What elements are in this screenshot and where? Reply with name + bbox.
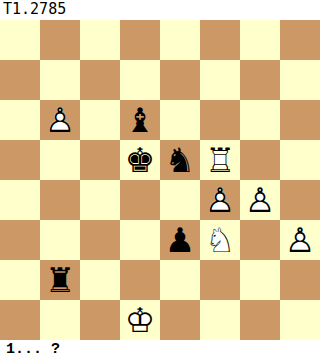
square-g8[interactable] [240, 20, 280, 60]
white-pawn-fill: ♟ [200, 180, 240, 220]
square-g7[interactable] [240, 60, 280, 100]
chess-board: ♟♙♝♚♞♜♖♟♙♟♙♟♞♘♟♙♜♚♔ [0, 20, 320, 340]
square-f1[interactable] [200, 300, 240, 340]
square-e8[interactable] [160, 20, 200, 60]
square-h4[interactable] [280, 180, 320, 220]
white-pawn: ♙ [240, 180, 280, 220]
square-b8[interactable] [40, 20, 80, 60]
black-pawn: ♟ [160, 220, 200, 260]
white-knight-fill: ♞ [200, 220, 240, 260]
square-a6[interactable] [0, 100, 40, 140]
square-g5[interactable] [240, 140, 280, 180]
square-a2[interactable] [0, 260, 40, 300]
square-f3[interactable]: ♞♘ [200, 220, 240, 260]
square-h7[interactable] [280, 60, 320, 100]
white-king: ♔ [120, 300, 160, 340]
square-a5[interactable] [0, 140, 40, 180]
square-c4[interactable] [80, 180, 120, 220]
square-c5[interactable] [80, 140, 120, 180]
white-pawn-fill: ♟ [280, 220, 320, 260]
white-pawn: ♙ [280, 220, 320, 260]
square-c2[interactable] [80, 260, 120, 300]
square-f5[interactable]: ♜♖ [200, 140, 240, 180]
square-g3[interactable] [240, 220, 280, 260]
square-h8[interactable] [280, 20, 320, 60]
square-f8[interactable] [200, 20, 240, 60]
square-g1[interactable] [240, 300, 280, 340]
black-rook: ♜ [40, 260, 80, 300]
square-f2[interactable] [200, 260, 240, 300]
square-h3[interactable]: ♟♙ [280, 220, 320, 260]
square-f6[interactable] [200, 100, 240, 140]
square-e4[interactable] [160, 180, 200, 220]
square-c6[interactable] [80, 100, 120, 140]
white-pawn: ♙ [200, 180, 240, 220]
square-e5[interactable]: ♞ [160, 140, 200, 180]
diagram-title: T1.2785 [0, 0, 320, 20]
square-e6[interactable] [160, 100, 200, 140]
chess-diagram: T1.2785 ♟♙♝♚♞♜♖♟♙♟♙♟♞♘♟♙♜♚♔ 1... ? [0, 0, 320, 360]
square-d2[interactable] [120, 260, 160, 300]
square-d5[interactable]: ♚ [120, 140, 160, 180]
square-h1[interactable] [280, 300, 320, 340]
white-king-fill: ♚ [120, 300, 160, 340]
square-b4[interactable] [40, 180, 80, 220]
square-c8[interactable] [80, 20, 120, 60]
black-bishop: ♝ [120, 100, 160, 140]
square-h6[interactable] [280, 100, 320, 140]
square-b1[interactable] [40, 300, 80, 340]
square-d3[interactable] [120, 220, 160, 260]
move-prompt: 1... ? [0, 340, 320, 360]
square-h2[interactable] [280, 260, 320, 300]
white-pawn-fill: ♟ [240, 180, 280, 220]
black-knight: ♞ [160, 140, 200, 180]
square-d7[interactable] [120, 60, 160, 100]
square-d8[interactable] [120, 20, 160, 60]
square-c1[interactable] [80, 300, 120, 340]
square-a1[interactable] [0, 300, 40, 340]
square-g4[interactable]: ♟♙ [240, 180, 280, 220]
square-e1[interactable] [160, 300, 200, 340]
square-d6[interactable]: ♝ [120, 100, 160, 140]
white-rook-fill: ♜ [200, 140, 240, 180]
square-d1[interactable]: ♚♔ [120, 300, 160, 340]
square-e7[interactable] [160, 60, 200, 100]
square-a7[interactable] [0, 60, 40, 100]
white-pawn-fill: ♟ [40, 100, 80, 140]
white-pawn: ♙ [40, 100, 80, 140]
square-f7[interactable] [200, 60, 240, 100]
square-a4[interactable] [0, 180, 40, 220]
square-g2[interactable] [240, 260, 280, 300]
white-knight: ♘ [200, 220, 240, 260]
white-rook: ♖ [200, 140, 240, 180]
square-g6[interactable] [240, 100, 280, 140]
square-e2[interactable] [160, 260, 200, 300]
square-e3[interactable]: ♟ [160, 220, 200, 260]
square-b7[interactable] [40, 60, 80, 100]
square-a3[interactable] [0, 220, 40, 260]
square-b5[interactable] [40, 140, 80, 180]
square-b3[interactable] [40, 220, 80, 260]
black-king: ♚ [120, 140, 160, 180]
square-d4[interactable] [120, 180, 160, 220]
square-b2[interactable]: ♜ [40, 260, 80, 300]
square-a8[interactable] [0, 20, 40, 60]
square-f4[interactable]: ♟♙ [200, 180, 240, 220]
square-c7[interactable] [80, 60, 120, 100]
square-c3[interactable] [80, 220, 120, 260]
square-h5[interactable] [280, 140, 320, 180]
square-b6[interactable]: ♟♙ [40, 100, 80, 140]
